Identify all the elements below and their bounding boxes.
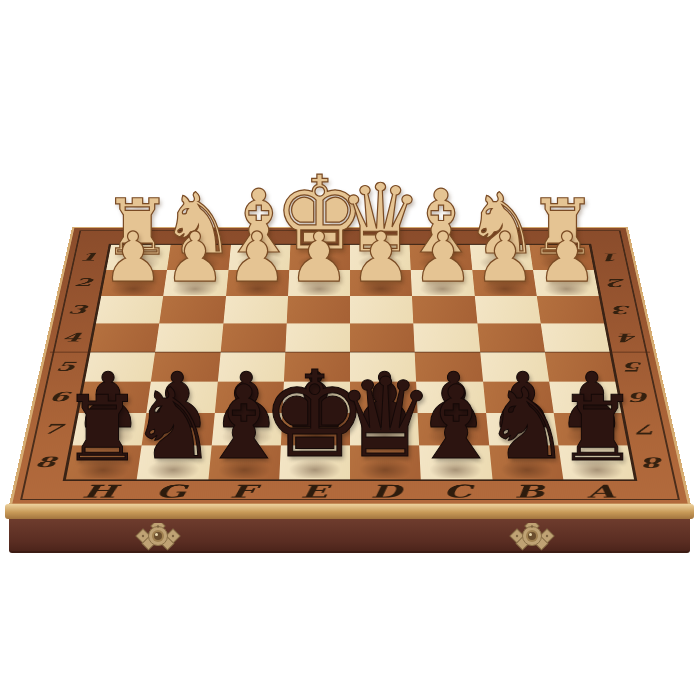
rank-label-right-2: 2 bbox=[594, 270, 641, 296]
piece-white-pawn-g2: ♟ bbox=[164, 223, 226, 292]
brass-clasp-left bbox=[134, 523, 182, 551]
file-label-e: E bbox=[278, 480, 350, 503]
rank-label-right-3: 3 bbox=[599, 296, 647, 323]
piece-white-pawn-c2: ♟ bbox=[412, 223, 474, 292]
rank-label-right-4: 4 bbox=[604, 323, 653, 351]
board-front-bevel-edge bbox=[5, 504, 694, 519]
piece-white-pawn-h2: ♟ bbox=[102, 223, 164, 292]
square-c3 bbox=[412, 296, 477, 323]
piece-black-rook-a8: ♜ bbox=[557, 384, 638, 474]
file-label-c: C bbox=[421, 480, 494, 503]
file-label-a: A bbox=[563, 480, 638, 503]
piece-white-pawn-f2: ♟ bbox=[226, 223, 288, 292]
piece-white-pawn-e2: ♟ bbox=[288, 223, 350, 292]
file-label-g: G bbox=[133, 480, 207, 503]
piece-white-pawn-d2: ♟ bbox=[350, 223, 412, 292]
piece-white-pawn-b2: ♟ bbox=[474, 223, 536, 292]
brass-clasp-right bbox=[508, 523, 556, 551]
rank-label-left-4: 4 bbox=[46, 323, 95, 351]
square-f3 bbox=[223, 296, 288, 323]
box-front-face bbox=[9, 519, 690, 553]
square-a4 bbox=[541, 323, 610, 352]
square-b3 bbox=[474, 296, 540, 323]
rank-label-left-2: 2 bbox=[59, 270, 106, 296]
square-h3 bbox=[96, 296, 163, 323]
square-a3 bbox=[537, 296, 604, 323]
square-g3 bbox=[159, 296, 225, 323]
chess-set-photo: 1234567812345678HGFEDCBA bbox=[0, 0, 700, 700]
square-b4 bbox=[477, 323, 545, 352]
piece-white-pawn-a2: ♟ bbox=[536, 223, 598, 292]
file-label-d: D bbox=[350, 480, 422, 503]
square-e3 bbox=[286, 296, 350, 323]
file-label-h: H bbox=[61, 480, 136, 503]
square-h4 bbox=[90, 323, 159, 352]
rank-label-left-3: 3 bbox=[53, 296, 101, 323]
square-g4 bbox=[155, 323, 223, 352]
file-label-b: B bbox=[492, 480, 566, 503]
square-d3 bbox=[350, 296, 414, 323]
file-label-f: F bbox=[206, 480, 279, 503]
square-c4 bbox=[414, 323, 480, 352]
